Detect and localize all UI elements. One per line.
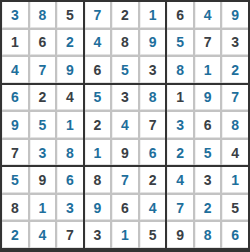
cell-r9c3[interactable]: 7 [57, 222, 83, 248]
cell-r5c6[interactable]: 7 [140, 112, 166, 138]
cell-r6c3[interactable]: 8 [57, 140, 83, 166]
cell-r9c5[interactable]: 1 [112, 222, 138, 248]
cell-r7c9[interactable]: 1 [222, 167, 248, 193]
cell-r9c7[interactable]: 9 [167, 222, 193, 248]
cell-r5c2[interactable]: 5 [30, 112, 56, 138]
cell-r7c2[interactable]: 9 [30, 167, 56, 193]
cell-r2c7[interactable]: 5 [167, 30, 193, 56]
sudoku-box-2: 721489653 [85, 2, 166, 83]
cell-r7c5[interactable]: 7 [112, 167, 138, 193]
sudoku-box-4: 624951738 [2, 85, 83, 166]
cell-r8c7[interactable]: 7 [167, 195, 193, 221]
sudoku-box-7: 596813247 [2, 167, 83, 248]
cell-r7c8[interactable]: 3 [195, 167, 221, 193]
cell-r4c7[interactable]: 1 [167, 85, 193, 111]
cell-r2c5[interactable]: 8 [112, 30, 138, 56]
sudoku-box-9: 431725986 [167, 167, 248, 248]
cell-r4c8[interactable]: 9 [195, 85, 221, 111]
cell-r9c1[interactable]: 2 [2, 222, 28, 248]
cell-r6c2[interactable]: 3 [30, 140, 56, 166]
cell-r7c1[interactable]: 5 [2, 167, 28, 193]
cell-r2c2[interactable]: 6 [30, 30, 56, 56]
cell-r3c1[interactable]: 4 [2, 57, 28, 83]
cell-r8c5[interactable]: 6 [112, 195, 138, 221]
cell-r5c5[interactable]: 4 [112, 112, 138, 138]
cell-r3c9[interactable]: 2 [222, 57, 248, 83]
cell-r9c9[interactable]: 6 [222, 222, 248, 248]
cell-r2c6[interactable]: 9 [140, 30, 166, 56]
cell-r7c6[interactable]: 2 [140, 167, 166, 193]
cell-r8c6[interactable]: 4 [140, 195, 166, 221]
cell-r4c9[interactable]: 7 [222, 85, 248, 111]
cell-r5c1[interactable]: 9 [2, 112, 28, 138]
cell-r6c9[interactable]: 4 [222, 140, 248, 166]
cell-r1c9[interactable]: 9 [222, 2, 248, 28]
cell-r1c8[interactable]: 4 [195, 2, 221, 28]
cell-r1c6[interactable]: 1 [140, 2, 166, 28]
cell-r8c2[interactable]: 1 [30, 195, 56, 221]
sudoku-box-3: 649573812 [167, 2, 248, 83]
cell-r3c6[interactable]: 3 [140, 57, 166, 83]
cell-r4c3[interactable]: 4 [57, 85, 83, 111]
cell-r1c5[interactable]: 2 [112, 2, 138, 28]
cell-r3c8[interactable]: 1 [195, 57, 221, 83]
cell-r8c3[interactable]: 3 [57, 195, 83, 221]
cell-r1c1[interactable]: 3 [2, 2, 28, 28]
cell-r1c7[interactable]: 6 [167, 2, 193, 28]
cell-r3c4[interactable]: 6 [85, 57, 111, 83]
cell-r4c6[interactable]: 8 [140, 85, 166, 111]
cell-r9c4[interactable]: 3 [85, 222, 111, 248]
cell-r9c8[interactable]: 8 [195, 222, 221, 248]
cell-r4c2[interactable]: 2 [30, 85, 56, 111]
sudoku-board: 3851624797214896536495738126249517385382… [0, 0, 250, 252]
cell-r2c8[interactable]: 7 [195, 30, 221, 56]
cell-r6c5[interactable]: 9 [112, 140, 138, 166]
cell-r8c8[interactable]: 2 [195, 195, 221, 221]
sudoku-box-1: 385162479 [2, 2, 83, 83]
cell-r7c3[interactable]: 6 [57, 167, 83, 193]
cell-r2c4[interactable]: 4 [85, 30, 111, 56]
cell-r2c1[interactable]: 1 [2, 30, 28, 56]
sudoku-box-6: 197368254 [167, 85, 248, 166]
cell-r5c8[interactable]: 6 [195, 112, 221, 138]
cell-r7c4[interactable]: 8 [85, 167, 111, 193]
cell-r1c4[interactable]: 7 [85, 2, 111, 28]
cell-r9c6[interactable]: 5 [140, 222, 166, 248]
sudoku-box-8: 872964315 [85, 167, 166, 248]
cell-r4c1[interactable]: 6 [2, 85, 28, 111]
cell-r5c3[interactable]: 1 [57, 112, 83, 138]
cell-r5c9[interactable]: 8 [222, 112, 248, 138]
cell-r3c2[interactable]: 7 [30, 57, 56, 83]
cell-r6c1[interactable]: 7 [2, 140, 28, 166]
cell-r7c7[interactable]: 4 [167, 167, 193, 193]
cell-r1c3[interactable]: 5 [57, 2, 83, 28]
cell-r3c5[interactable]: 5 [112, 57, 138, 83]
cell-r6c7[interactable]: 2 [167, 140, 193, 166]
cell-r3c7[interactable]: 8 [167, 57, 193, 83]
sudoku-box-5: 538247196 [85, 85, 166, 166]
cell-r8c9[interactable]: 5 [222, 195, 248, 221]
cell-r3c3[interactable]: 9 [57, 57, 83, 83]
cell-r5c7[interactable]: 3 [167, 112, 193, 138]
cell-r9c2[interactable]: 4 [30, 222, 56, 248]
cell-r6c6[interactable]: 6 [140, 140, 166, 166]
cell-r5c4[interactable]: 2 [85, 112, 111, 138]
cell-r8c4[interactable]: 9 [85, 195, 111, 221]
cell-r4c4[interactable]: 5 [85, 85, 111, 111]
cell-r4c5[interactable]: 3 [112, 85, 138, 111]
cell-r6c8[interactable]: 5 [195, 140, 221, 166]
cell-r2c9[interactable]: 3 [222, 30, 248, 56]
cell-r6c4[interactable]: 1 [85, 140, 111, 166]
cell-r2c3[interactable]: 2 [57, 30, 83, 56]
cell-r1c2[interactable]: 8 [30, 2, 56, 28]
cell-r8c1[interactable]: 8 [2, 195, 28, 221]
